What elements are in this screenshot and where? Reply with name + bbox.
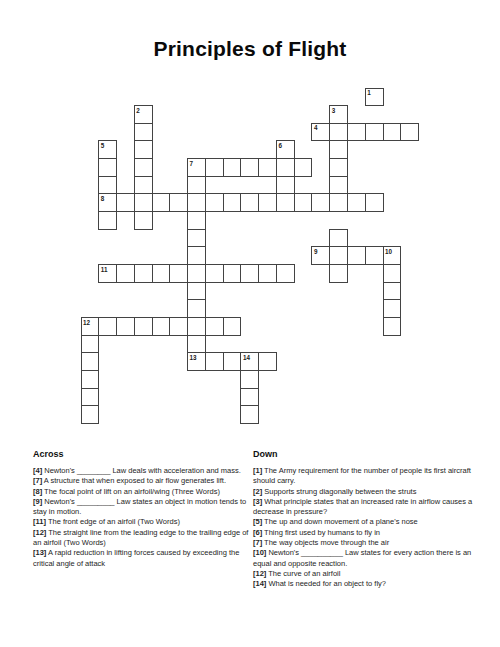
clue-number-label: [10] bbox=[253, 548, 266, 557]
clue-number-label: [13] bbox=[33, 548, 46, 557]
grid-cell[interactable] bbox=[134, 264, 153, 283]
grid-cell[interactable] bbox=[187, 264, 206, 283]
clue-number-label: [7] bbox=[33, 476, 42, 485]
grid-cell[interactable] bbox=[276, 176, 295, 195]
clue-across-12: [12] The straight line from the leading … bbox=[33, 528, 251, 549]
clue-number-label: [14] bbox=[253, 579, 266, 588]
clue-across-13: [13] A rapid reduction in lifting forces… bbox=[33, 548, 251, 569]
grid-cell[interactable] bbox=[187, 229, 206, 248]
grid-cell[interactable] bbox=[169, 264, 188, 283]
grid-cell[interactable] bbox=[329, 193, 348, 212]
grid-cell[interactable] bbox=[205, 158, 224, 177]
down-heading: Down bbox=[253, 449, 474, 460]
clue-number: 5 bbox=[101, 142, 105, 149]
clue-number: 9 bbox=[314, 248, 318, 255]
grid-cell[interactable] bbox=[169, 193, 188, 212]
grid-cell[interactable] bbox=[187, 176, 206, 195]
grid-cell[interactable] bbox=[205, 352, 224, 371]
grid-cell[interactable] bbox=[81, 405, 100, 424]
grid-cell[interactable] bbox=[365, 193, 384, 212]
grid-cell[interactable] bbox=[152, 193, 171, 212]
grid-cell[interactable] bbox=[365, 123, 384, 142]
grid-cell[interactable] bbox=[223, 158, 242, 177]
grid-cell[interactable] bbox=[81, 370, 100, 389]
grid-cell[interactable] bbox=[169, 317, 188, 336]
clue-number-label: [9] bbox=[33, 497, 42, 506]
grid-cell[interactable] bbox=[223, 352, 242, 371]
clue-number: 3 bbox=[332, 107, 336, 114]
clue-down-12: [12] The curve of an airfoil bbox=[253, 569, 474, 579]
grid-cell[interactable] bbox=[240, 405, 259, 424]
clue-number-label: [8] bbox=[33, 487, 42, 496]
grid-cell[interactable] bbox=[134, 193, 153, 212]
grid-cell[interactable] bbox=[205, 193, 224, 212]
grid-cell[interactable] bbox=[240, 370, 259, 389]
clue-across-8: [8] The focal point of lift on an airfoi… bbox=[33, 487, 251, 497]
clue-down-14: [14] What is needed for an object to fly… bbox=[253, 579, 474, 589]
grid-cell[interactable] bbox=[258, 158, 277, 177]
grid-cell[interactable] bbox=[81, 388, 100, 407]
grid-cell[interactable] bbox=[98, 176, 117, 195]
clue-number: 8 bbox=[101, 195, 105, 202]
grid-cell[interactable] bbox=[258, 193, 277, 212]
grid-cell[interactable] bbox=[329, 123, 348, 142]
clue-number-label: [12] bbox=[33, 528, 46, 537]
grid-cell[interactable] bbox=[311, 193, 330, 212]
across-clue-list: [4] Newton's ________ Law deals with acc… bbox=[33, 466, 251, 569]
clue-number: 12 bbox=[83, 319, 90, 326]
grid-cell[interactable] bbox=[98, 317, 117, 336]
grid-cell[interactable] bbox=[187, 282, 206, 301]
grid-cell[interactable] bbox=[81, 335, 100, 354]
grid-cell[interactable]: 8 bbox=[98, 193, 117, 212]
clue-number: 2 bbox=[136, 107, 140, 114]
clue-down-1: [1] The Army requirement for the number … bbox=[253, 466, 474, 487]
clue-number-label: [6] bbox=[253, 528, 262, 537]
grid-cell[interactable] bbox=[276, 193, 295, 212]
clue-number: 6 bbox=[278, 142, 282, 149]
grid-cell[interactable] bbox=[329, 158, 348, 177]
down-clues-section: Down [1] The Army requirement for the nu… bbox=[253, 449, 474, 590]
grid-cell[interactable] bbox=[258, 264, 277, 283]
grid-cell[interactable] bbox=[205, 264, 224, 283]
grid-cell[interactable] bbox=[116, 193, 135, 212]
grid-cell[interactable] bbox=[187, 246, 206, 265]
grid-cell[interactable] bbox=[134, 211, 153, 230]
grid-cell[interactable]: 6 bbox=[276, 140, 295, 159]
across-heading: Across bbox=[33, 449, 251, 460]
grid-cell[interactable] bbox=[134, 317, 153, 336]
grid-cell[interactable]: 13 bbox=[187, 352, 206, 371]
grid-cell[interactable] bbox=[294, 158, 313, 177]
across-clues-section: Across [4] Newton's ________ Law deals w… bbox=[33, 449, 251, 569]
clue-down-5: [5] The up and down movement of a plane'… bbox=[253, 517, 474, 527]
down-clue-list: [1] The Army requirement for the number … bbox=[253, 466, 474, 590]
grid-cell[interactable] bbox=[134, 123, 153, 142]
grid-cell[interactable] bbox=[152, 264, 171, 283]
clue-across-4: [4] Newton's ________ Law deals with acc… bbox=[33, 466, 251, 476]
grid-cell[interactable]: 11 bbox=[98, 264, 117, 283]
grid-cell[interactable]: 12 bbox=[81, 317, 100, 336]
clue-number-label: [7] bbox=[253, 538, 262, 547]
grid-cell[interactable] bbox=[383, 123, 402, 142]
grid-cell[interactable] bbox=[223, 317, 242, 336]
clue-number: 1 bbox=[367, 89, 371, 96]
clue-across-7: [7] A structure that when exposed to air… bbox=[33, 476, 251, 486]
grid-cell[interactable]: 5 bbox=[98, 140, 117, 159]
grid-cell[interactable] bbox=[383, 264, 402, 283]
grid-cell[interactable] bbox=[187, 335, 206, 354]
grid-cell[interactable] bbox=[329, 140, 348, 159]
grid-cell[interactable]: 9 bbox=[311, 246, 330, 265]
grid-cell[interactable]: 3 bbox=[329, 105, 348, 124]
clue-down-2: [2] Supports strung diagonally between t… bbox=[253, 487, 474, 497]
grid-cell[interactable] bbox=[223, 264, 242, 283]
grid-cell[interactable] bbox=[329, 176, 348, 195]
clue-number-label: [5] bbox=[253, 517, 262, 526]
clue-down-3: [3] What principle states that an increa… bbox=[253, 497, 474, 518]
grid-cell[interactable] bbox=[223, 193, 242, 212]
clue-number-label: [4] bbox=[33, 466, 42, 475]
grid-cell[interactable] bbox=[152, 317, 171, 336]
grid-cell[interactable]: 14 bbox=[240, 352, 259, 371]
grid-cell[interactable] bbox=[81, 352, 100, 371]
grid-cell[interactable] bbox=[240, 264, 259, 283]
grid-cell[interactable] bbox=[347, 193, 366, 212]
grid-cell[interactable] bbox=[116, 317, 135, 336]
grid-cell[interactable] bbox=[134, 140, 153, 159]
clue-across-9: [9] Newton's _________ Law states an obj… bbox=[33, 497, 251, 518]
clue-number-label: [3] bbox=[253, 497, 262, 506]
grid-cell[interactable] bbox=[383, 282, 402, 301]
clue-number: 13 bbox=[190, 354, 197, 361]
crossword-grid: 1234567891011121314 bbox=[81, 88, 419, 423]
grid-cell[interactable] bbox=[347, 123, 366, 142]
grid-cell[interactable] bbox=[240, 158, 259, 177]
clue-across-11: [11] The front edge of an airfoil (Two W… bbox=[33, 517, 251, 527]
grid-cell[interactable] bbox=[294, 193, 313, 212]
grid-cell[interactable] bbox=[258, 352, 277, 371]
grid-cell[interactable] bbox=[329, 264, 348, 283]
grid-cell[interactable] bbox=[98, 211, 117, 230]
clue-down-10: [10] Newton's __________ Law states for … bbox=[253, 548, 474, 569]
clue-number: 11 bbox=[101, 266, 108, 273]
grid-cell[interactable]: 2 bbox=[134, 105, 153, 124]
grid-cell[interactable] bbox=[276, 264, 295, 283]
grid-cell[interactable] bbox=[187, 211, 206, 230]
grid-cell[interactable] bbox=[329, 246, 348, 265]
grid-cell[interactable] bbox=[383, 299, 402, 318]
grid-cell[interactable] bbox=[240, 388, 259, 407]
grid-cell[interactable] bbox=[205, 317, 224, 336]
grid-cell[interactable]: 10 bbox=[383, 246, 402, 265]
clue-number: 14 bbox=[243, 354, 250, 361]
clue-number: 4 bbox=[314, 124, 318, 131]
grid-cell[interactable] bbox=[134, 158, 153, 177]
worksheet-page: Principles of Flight 1234567891011121314… bbox=[0, 0, 500, 647]
grid-cell[interactable]: 1 bbox=[365, 88, 384, 107]
clue-down-7: [7] The way objects move through the air bbox=[253, 538, 474, 548]
grid-cell[interactable]: 4 bbox=[311, 123, 330, 142]
grid-cell[interactable] bbox=[187, 193, 206, 212]
grid-cell[interactable] bbox=[116, 264, 135, 283]
clue-number-label: [11] bbox=[33, 517, 46, 526]
grid-cell[interactable] bbox=[365, 246, 384, 265]
grid-cell[interactable] bbox=[134, 176, 153, 195]
grid-cell[interactable] bbox=[240, 193, 259, 212]
grid-cell[interactable] bbox=[383, 317, 402, 336]
clue-number: 10 bbox=[385, 248, 392, 255]
clue-number-label: [2] bbox=[253, 487, 262, 496]
grid-cell[interactable] bbox=[187, 299, 206, 318]
grid-cell[interactable] bbox=[329, 229, 348, 248]
clue-number-label: [12] bbox=[253, 569, 266, 578]
grid-cell[interactable] bbox=[276, 158, 295, 177]
clue-down-6: [6] Thing first used by humans to fly in bbox=[253, 528, 474, 538]
grid-cell[interactable] bbox=[347, 246, 366, 265]
grid-cell[interactable]: 7 bbox=[187, 158, 206, 177]
page-title: Principles of Flight bbox=[0, 37, 500, 61]
clue-number: 7 bbox=[190, 160, 194, 167]
grid-cell[interactable] bbox=[400, 123, 419, 142]
clue-number-label: [1] bbox=[253, 466, 262, 475]
grid-cell[interactable] bbox=[98, 158, 117, 177]
grid-cell[interactable] bbox=[187, 317, 206, 336]
